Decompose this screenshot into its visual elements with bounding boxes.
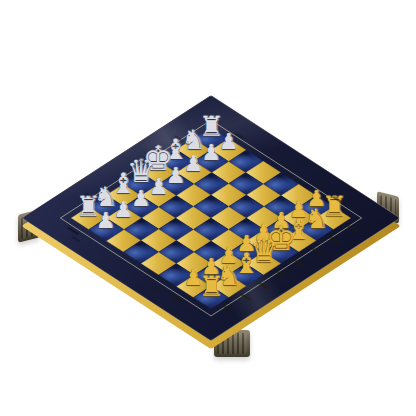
- chess-board: ♜♞♝♛♚♝♞♜♟♟♟♟♟♟♟♟♟♟♟♟♟♟♟♟♜♞♝♛♚♝♞♜: [21, 95, 400, 341]
- reflection-streak: [346, 224, 357, 231]
- reflection-streak: [275, 270, 286, 277]
- photo-stage: ♜♞♝♛♚♝♞♜♟♟♟♟♟♟♟♟♟♟♟♟♟♟♟♟♜♞♝♛♚♝♞♜: [0, 0, 416, 416]
- reflection-streak: [293, 259, 304, 266]
- reflection-streak: [258, 282, 269, 289]
- reflection-streak: [328, 236, 339, 243]
- reflection-streak: [171, 295, 183, 303]
- reflection-streak: [311, 247, 322, 254]
- reflection-streak: [152, 287, 161, 293]
- reflection-streak: [71, 236, 80, 242]
- reflection-streak: [67, 227, 80, 235]
- reflection-streak: [240, 293, 251, 300]
- reflection-streak: [222, 305, 233, 312]
